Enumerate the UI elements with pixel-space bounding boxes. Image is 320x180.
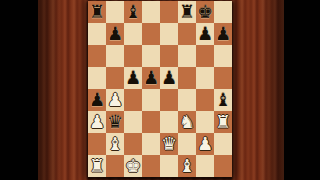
square-d3	[142, 111, 160, 133]
square-f8: ♜	[178, 1, 196, 23]
square-h8	[214, 1, 232, 23]
black-king-g8: ♚	[197, 1, 213, 23]
square-d8	[142, 1, 160, 23]
square-e1	[160, 155, 178, 177]
square-e4	[160, 89, 178, 111]
square-c4	[124, 89, 142, 111]
letterbox-left	[0, 0, 38, 180]
white-pawn-g2: ♟	[197, 133, 213, 155]
square-h7: ♟	[214, 23, 232, 45]
square-g3	[196, 111, 214, 133]
square-h6	[214, 45, 232, 67]
square-f1: ♝	[178, 155, 196, 177]
square-b7: ♟	[106, 23, 124, 45]
black-pawn-c5: ♟	[125, 67, 141, 89]
square-d7	[142, 23, 160, 45]
square-f3: ♞	[178, 111, 196, 133]
square-a7	[88, 23, 106, 45]
square-c8: ♝	[124, 1, 142, 23]
square-a2	[88, 133, 106, 155]
square-e5: ♟	[160, 67, 178, 89]
white-bishop-b2: ♝	[107, 133, 123, 155]
black-pawn-e5: ♟	[161, 67, 177, 89]
white-king-c1: ♚	[125, 155, 141, 177]
black-bishop-h4: ♝	[215, 89, 231, 111]
square-g1	[196, 155, 214, 177]
square-f2	[178, 133, 196, 155]
square-c2	[124, 133, 142, 155]
white-rook-h3: ♜	[215, 111, 231, 133]
square-h4: ♝	[214, 89, 232, 111]
white-pawn-a3: ♟	[89, 111, 105, 133]
square-g2: ♟	[196, 133, 214, 155]
chess-board: ♜♝♜♚♟♟♟♟♟♟♟♟♝♟♛♞♜♝♛♟♜♚♝	[88, 1, 232, 177]
square-a6	[88, 45, 106, 67]
square-a8: ♜	[88, 1, 106, 23]
black-rook-a8: ♜	[89, 1, 105, 23]
square-g4	[196, 89, 214, 111]
square-f5	[178, 67, 196, 89]
square-e3	[160, 111, 178, 133]
black-pawn-h7: ♟	[215, 23, 231, 45]
square-b4: ♟	[106, 89, 124, 111]
square-f6	[178, 45, 196, 67]
white-bishop-f1: ♝	[179, 155, 195, 177]
square-d5: ♟	[142, 67, 160, 89]
square-c6	[124, 45, 142, 67]
square-d2	[142, 133, 160, 155]
square-h2	[214, 133, 232, 155]
white-queen-e2: ♛	[161, 133, 177, 155]
square-h5	[214, 67, 232, 89]
square-e6	[160, 45, 178, 67]
square-e8	[160, 1, 178, 23]
square-d1	[142, 155, 160, 177]
black-rook-f8: ♜	[179, 1, 195, 23]
black-pawn-b7: ♟	[107, 23, 123, 45]
square-b2: ♝	[106, 133, 124, 155]
square-f7	[178, 23, 196, 45]
square-c7	[124, 23, 142, 45]
square-g6	[196, 45, 214, 67]
square-a3: ♟	[88, 111, 106, 133]
square-e7	[160, 23, 178, 45]
letterbox-right	[284, 0, 320, 180]
square-g7: ♟	[196, 23, 214, 45]
square-f4	[178, 89, 196, 111]
square-h3: ♜	[214, 111, 232, 133]
square-g8: ♚	[196, 1, 214, 23]
video-frame: ♜♝♜♚♟♟♟♟♟♟♟♟♝♟♛♞♜♝♛♟♜♚♝	[0, 0, 320, 180]
white-knight-f3: ♞	[179, 111, 195, 133]
square-c1: ♚	[124, 155, 142, 177]
square-b3: ♛	[106, 111, 124, 133]
white-pawn-b4: ♟	[107, 89, 123, 111]
square-h1	[214, 155, 232, 177]
square-d6	[142, 45, 160, 67]
black-pawn-d5: ♟	[143, 67, 159, 89]
black-bishop-c8: ♝	[125, 1, 141, 23]
white-rook-a1: ♜	[89, 155, 105, 177]
square-a4: ♟	[88, 89, 106, 111]
square-b8	[106, 1, 124, 23]
square-a5	[88, 67, 106, 89]
square-a1: ♜	[88, 155, 106, 177]
black-pawn-g7: ♟	[197, 23, 213, 45]
square-b1	[106, 155, 124, 177]
square-b6	[106, 45, 124, 67]
black-queen-b3: ♛	[107, 111, 123, 133]
square-b5	[106, 67, 124, 89]
square-c5: ♟	[124, 67, 142, 89]
square-c3	[124, 111, 142, 133]
black-pawn-a4: ♟	[89, 89, 105, 111]
square-d4	[142, 89, 160, 111]
square-e2: ♛	[160, 133, 178, 155]
square-g5	[196, 67, 214, 89]
